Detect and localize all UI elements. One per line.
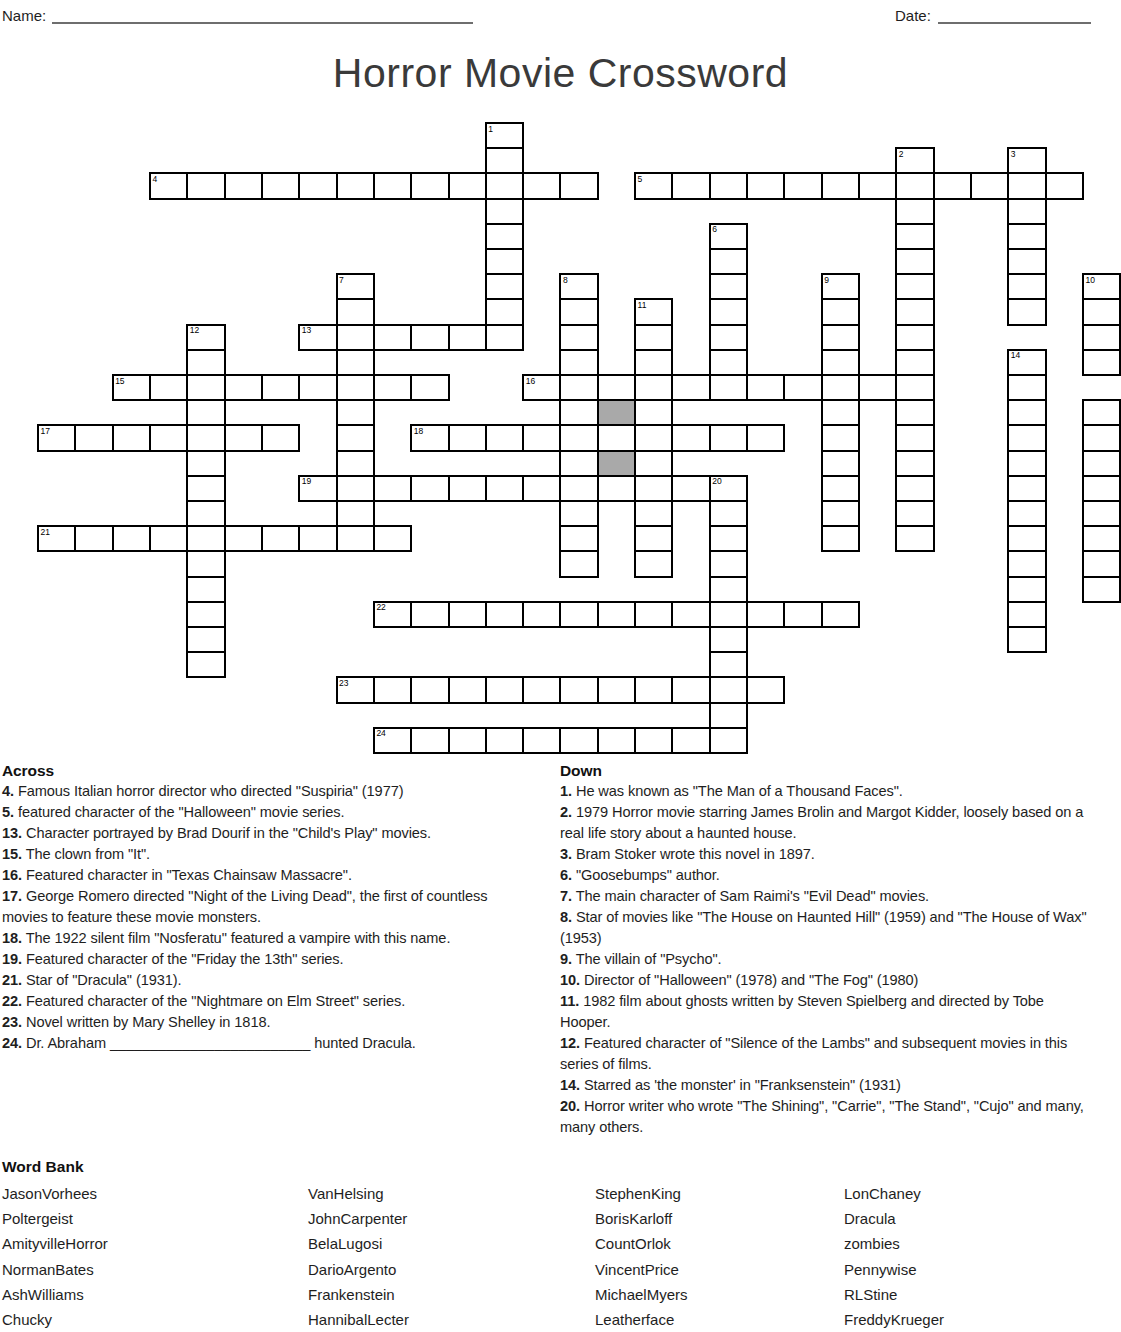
grid-cell[interactable] xyxy=(783,601,822,628)
grid-cell[interactable] xyxy=(634,727,673,754)
grid-cell[interactable] xyxy=(298,525,337,552)
grid-cell[interactable] xyxy=(336,324,375,351)
grid-cell[interactable] xyxy=(597,727,636,754)
word-bank-heading: Word Bank xyxy=(2,1158,84,1176)
grid-cell[interactable] xyxy=(1007,450,1046,477)
grid-cell[interactable] xyxy=(895,374,934,401)
grid-cell[interactable] xyxy=(895,248,934,275)
grid-cell[interactable] xyxy=(186,475,225,502)
grid-cell[interactable] xyxy=(224,424,263,451)
cell-number: 4 xyxy=(152,175,157,184)
grid-cell[interactable] xyxy=(112,424,151,451)
grid-cell[interactable] xyxy=(149,424,188,451)
grid-cell[interactable] xyxy=(261,172,300,199)
grid-cell[interactable] xyxy=(634,374,673,401)
grid-cell[interactable] xyxy=(410,475,449,502)
grid-cell[interactable] xyxy=(634,450,673,477)
grid-cell[interactable] xyxy=(933,172,972,199)
clue-across-17: 17. George Romero directed "Night of the… xyxy=(2,886,558,928)
grid-cell[interactable] xyxy=(1007,298,1046,325)
grid-cell[interactable] xyxy=(559,424,598,451)
grid-cell[interactable] xyxy=(485,424,524,451)
clue-across-18: 18. The 1922 silent film "Nosferatu" fea… xyxy=(2,928,558,949)
grid-cell[interactable] xyxy=(895,424,934,451)
grid-cell[interactable] xyxy=(336,525,375,552)
grid-cell[interactable] xyxy=(448,324,487,351)
grid-cell[interactable] xyxy=(671,424,710,451)
grid-cell[interactable] xyxy=(821,374,860,401)
cell-number: 11 xyxy=(638,301,647,310)
grid-cell[interactable] xyxy=(522,676,561,703)
grid-cell[interactable] xyxy=(1007,475,1046,502)
clue-down-1: 1. He was known as "The Man of a Thousan… xyxy=(560,781,1121,802)
grid-cell[interactable] xyxy=(634,324,673,351)
crossword-grid: 123456789101112131415161718192021222324 xyxy=(0,0,1121,760)
grid-cell[interactable] xyxy=(149,374,188,401)
grid-cell[interactable] xyxy=(410,727,449,754)
grid-cell[interactable] xyxy=(634,500,673,527)
clue-number: 24. xyxy=(2,1035,22,1051)
grid-cell[interactable] xyxy=(186,525,225,552)
grid-cell[interactable] xyxy=(410,324,449,351)
cell-number: 21 xyxy=(41,528,50,537)
grid-cell[interactable] xyxy=(336,424,375,451)
clue-down-8: 8. Star of movies like "The House on Hau… xyxy=(560,907,1121,949)
grid-cell[interactable] xyxy=(559,676,598,703)
grid-cell[interactable] xyxy=(709,676,748,703)
word-bank-column-3: StephenKingBorisKarloffCountOrlokVincent… xyxy=(595,1181,688,1332)
grid-cell[interactable] xyxy=(746,172,785,199)
grid-cell[interactable]: 18 xyxy=(410,424,449,451)
grid-cell[interactable] xyxy=(821,475,860,502)
grid-cell[interactable] xyxy=(336,172,375,199)
word-bank-item: Pennywise xyxy=(844,1257,944,1282)
clue-down-3: 3. Bram Stoker wrote this novel in 1897. xyxy=(560,844,1121,865)
grid-cell[interactable] xyxy=(895,349,934,376)
grid-cell[interactable] xyxy=(634,525,673,552)
grid-cell[interactable] xyxy=(559,298,598,325)
grid-cell[interactable]: 4 xyxy=(149,172,188,199)
grid-cell[interactable] xyxy=(485,147,524,174)
grid-cell[interactable] xyxy=(709,576,748,603)
grid-cell[interactable]: 17 xyxy=(37,424,76,451)
cell-number: 2 xyxy=(899,150,904,159)
cell-number: 14 xyxy=(1011,351,1020,360)
grid-cell[interactable] xyxy=(448,601,487,628)
grid-cell[interactable] xyxy=(895,223,934,250)
clue-across-22: 22. Featured character of the "Nightmare… xyxy=(2,991,558,1012)
grid-cell[interactable] xyxy=(448,475,487,502)
grid-cell[interactable] xyxy=(1007,248,1046,275)
clue-number: 18. xyxy=(2,930,22,946)
clue-down-20: 20. Horror writer who wrote "The Shining… xyxy=(560,1096,1121,1138)
grid-cell[interactable] xyxy=(597,676,636,703)
grid-cell[interactable] xyxy=(1007,500,1046,527)
word-bank-item: zombies xyxy=(844,1231,944,1256)
clue-down-10: 10. Director of "Halloween" (1978) and "… xyxy=(560,970,1121,991)
grid-cell[interactable] xyxy=(485,273,524,300)
grid-cell[interactable] xyxy=(1082,475,1121,502)
grid-cell[interactable] xyxy=(709,626,748,653)
grid-cell[interactable] xyxy=(559,172,598,199)
grid-cell[interactable] xyxy=(970,172,1009,199)
grid-cell[interactable] xyxy=(709,324,748,351)
grid-cell[interactable] xyxy=(74,525,113,552)
grid-cell[interactable] xyxy=(336,450,375,477)
cell-number: 17 xyxy=(41,427,50,436)
cell-number: 7 xyxy=(339,276,344,285)
grid-cell[interactable] xyxy=(1007,399,1046,426)
grid-cell[interactable] xyxy=(709,172,748,199)
grid-cell[interactable] xyxy=(336,374,375,401)
grid-cell[interactable] xyxy=(373,374,412,401)
grid-cell[interactable] xyxy=(224,172,263,199)
grid-cell[interactable] xyxy=(821,324,860,351)
grid-cell[interactable] xyxy=(821,525,860,552)
grid-cell[interactable] xyxy=(559,727,598,754)
grid-cell[interactable]: 7 xyxy=(336,273,375,300)
grid-cell[interactable] xyxy=(186,349,225,376)
grid-cell[interactable] xyxy=(1082,298,1121,325)
grid-cell[interactable] xyxy=(522,424,561,451)
grid-cell[interactable] xyxy=(186,450,225,477)
grid-cell[interactable] xyxy=(821,172,860,199)
grid-cell[interactable] xyxy=(671,475,710,502)
clue-number: 1. xyxy=(560,783,572,799)
grid-cell[interactable] xyxy=(186,424,225,451)
grid-cell[interactable] xyxy=(895,399,934,426)
clue-number: 10. xyxy=(560,972,580,988)
word-bank-item: JohnCarpenter xyxy=(308,1206,409,1231)
grid-cell[interactable] xyxy=(1082,525,1121,552)
word-bank-item: RLStine xyxy=(844,1282,944,1307)
grid-cell[interactable] xyxy=(709,702,748,729)
grid-cell[interactable]: 20 xyxy=(709,475,748,502)
grid-cell[interactable] xyxy=(485,475,524,502)
grid-cell[interactable] xyxy=(559,324,598,351)
grid-cell[interactable] xyxy=(895,273,934,300)
grid-cell[interactable] xyxy=(895,198,934,225)
grid-cell[interactable] xyxy=(1007,525,1046,552)
grid-cell[interactable] xyxy=(373,324,412,351)
grid-cell[interactable]: 3 xyxy=(1007,147,1046,174)
grid-cell[interactable] xyxy=(410,374,449,401)
clue-down-9: 9. The villain of "Psycho". xyxy=(560,949,1121,970)
grid-cell[interactable] xyxy=(783,172,822,199)
clue-across-23: 23. Novel written by Mary Shelley in 181… xyxy=(2,1012,558,1033)
word-bank-item: AmityvilleHorror xyxy=(2,1231,108,1256)
grid-cell[interactable] xyxy=(895,172,934,199)
grid-cell[interactable] xyxy=(671,374,710,401)
word-bank-item: VanHelsing xyxy=(308,1181,409,1206)
grid-cell[interactable] xyxy=(709,273,748,300)
grid-cell[interactable]: 10 xyxy=(1082,273,1121,300)
grid-cell[interactable] xyxy=(448,727,487,754)
grid-cell[interactable] xyxy=(895,324,934,351)
grid-cell[interactable] xyxy=(336,349,375,376)
grid-cell[interactable] xyxy=(1007,374,1046,401)
word-bank-item: MichaelMyers xyxy=(595,1282,688,1307)
grid-cell[interactable] xyxy=(410,172,449,199)
grid-cell[interactable] xyxy=(186,550,225,577)
word-bank-item: FreddyKrueger xyxy=(844,1307,944,1332)
grid-cell[interactable] xyxy=(858,172,897,199)
grid-cell[interactable] xyxy=(709,349,748,376)
word-bank-item: LonChaney xyxy=(844,1181,944,1206)
grid-cell[interactable] xyxy=(373,525,412,552)
grid-cell[interactable] xyxy=(186,626,225,653)
grid-cell[interactable] xyxy=(559,374,598,401)
grid-cell[interactable] xyxy=(485,676,524,703)
grid-cell[interactable] xyxy=(709,500,748,527)
word-bank-column-2: VanHelsingJohnCarpenterBelaLugosiDarioAr… xyxy=(308,1181,409,1332)
grid-cell[interactable] xyxy=(1007,601,1046,628)
grid-cell[interactable] xyxy=(895,298,934,325)
grid-cell[interactable] xyxy=(1082,500,1121,527)
grid-cell[interactable] xyxy=(448,676,487,703)
grid-cell[interactable] xyxy=(559,525,598,552)
clue-down-12: 12. Featured character of "Silence of th… xyxy=(560,1033,1121,1075)
clue-number: 13. xyxy=(2,825,22,841)
grid-cell[interactable]: 14 xyxy=(1007,349,1046,376)
grid-cell[interactable] xyxy=(559,475,598,502)
grid-cell[interactable]: 9 xyxy=(821,273,860,300)
clue-down-14: 14. Starred as 'the monster' in "Frankse… xyxy=(560,1075,1121,1096)
grid-cell[interactable] xyxy=(671,172,710,199)
grid-cell[interactable]: 5 xyxy=(634,172,673,199)
grid-cell[interactable] xyxy=(709,424,748,451)
clue-number: 2. xyxy=(560,804,572,820)
grid-cell[interactable] xyxy=(298,374,337,401)
grid-cell[interactable] xyxy=(821,450,860,477)
cell-number: 1 xyxy=(488,125,493,134)
word-bank-item: BorisKarloff xyxy=(595,1206,688,1231)
cell-number: 10 xyxy=(1085,276,1094,285)
grid-cell[interactable] xyxy=(559,450,598,477)
clue-number: 5. xyxy=(2,804,14,820)
grid-cell[interactable] xyxy=(261,525,300,552)
clue-number: 6. xyxy=(560,867,572,883)
grid-cell[interactable] xyxy=(746,601,785,628)
grid-cell[interactable] xyxy=(634,601,673,628)
word-bank-item: JasonVorhees xyxy=(2,1181,108,1206)
grid-cell[interactable] xyxy=(1082,399,1121,426)
grid-cell[interactable] xyxy=(485,298,524,325)
grid-cell[interactable] xyxy=(559,601,598,628)
grid-cell[interactable] xyxy=(634,349,673,376)
grid-cell[interactable]: 23 xyxy=(336,676,375,703)
grid-cell[interactable] xyxy=(597,475,636,502)
grid-cell[interactable] xyxy=(1082,550,1121,577)
grid-cell[interactable] xyxy=(709,525,748,552)
grid-cell[interactable] xyxy=(634,676,673,703)
grid-cell[interactable] xyxy=(298,172,337,199)
grid-cell[interactable] xyxy=(485,223,524,250)
blocked-cell xyxy=(597,399,636,426)
clue-number: 22. xyxy=(2,993,22,1009)
grid-cell[interactable]: 19 xyxy=(298,475,337,502)
grid-cell[interactable] xyxy=(186,399,225,426)
word-bank-item: DarioArgento xyxy=(308,1257,409,1282)
grid-cell[interactable] xyxy=(186,651,225,678)
grid-cell[interactable]: 8 xyxy=(559,273,598,300)
grid-cell[interactable]: 22 xyxy=(373,601,412,628)
clue-down-7: 7. The main character of Sam Raimi's "Ev… xyxy=(560,886,1121,907)
grid-cell[interactable] xyxy=(336,298,375,325)
grid-cell[interactable] xyxy=(821,399,860,426)
grid-cell[interactable] xyxy=(522,601,561,628)
grid-cell[interactable] xyxy=(559,349,598,376)
grid-cell[interactable] xyxy=(821,601,860,628)
grid-cell[interactable] xyxy=(634,399,673,426)
grid-cell[interactable] xyxy=(783,374,822,401)
grid-cell[interactable] xyxy=(373,676,412,703)
grid-cell[interactable] xyxy=(261,374,300,401)
grid-cell[interactable] xyxy=(821,424,860,451)
cell-number: 20 xyxy=(712,477,721,486)
clue-across-21: 21. Star of "Dracula" (1931). xyxy=(2,970,558,991)
grid-cell[interactable] xyxy=(1082,576,1121,603)
grid-cell[interactable] xyxy=(485,198,524,225)
grid-cell[interactable] xyxy=(1082,424,1121,451)
clue-number: 3. xyxy=(560,846,572,862)
grid-cell[interactable]: 1 xyxy=(485,122,524,149)
grid-cell[interactable] xyxy=(671,676,710,703)
clue-across-4: 4. Famous Italian horror director who di… xyxy=(2,781,558,802)
clue-across-16: 16. Featured character in "Texas Chainsa… xyxy=(2,865,558,886)
clue-number: 7. xyxy=(560,888,572,904)
grid-cell[interactable] xyxy=(522,172,561,199)
grid-cell[interactable]: 15 xyxy=(112,374,151,401)
grid-cell[interactable] xyxy=(1045,172,1084,199)
grid-cell[interactable]: 11 xyxy=(634,298,673,325)
grid-cell[interactable] xyxy=(336,399,375,426)
grid-cell[interactable]: 24 xyxy=(373,727,412,754)
grid-cell[interactable] xyxy=(1007,198,1046,225)
grid-cell[interactable] xyxy=(709,298,748,325)
clue-number: 17. xyxy=(2,888,22,904)
grid-cell[interactable] xyxy=(224,525,263,552)
grid-cell[interactable] xyxy=(709,727,748,754)
grid-cell[interactable] xyxy=(746,424,785,451)
grid-cell[interactable] xyxy=(895,500,934,527)
grid-cell[interactable] xyxy=(410,676,449,703)
grid-cell[interactable] xyxy=(597,424,636,451)
grid-cell[interactable] xyxy=(821,298,860,325)
grid-cell[interactable] xyxy=(224,374,263,401)
grid-cell[interactable] xyxy=(522,727,561,754)
grid-cell[interactable] xyxy=(485,324,524,351)
grid-cell[interactable] xyxy=(448,424,487,451)
grid-cell[interactable] xyxy=(709,550,748,577)
grid-cell[interactable] xyxy=(485,248,524,275)
grid-cell[interactable] xyxy=(895,475,934,502)
grid-cell[interactable] xyxy=(559,500,598,527)
grid-cell[interactable] xyxy=(634,475,673,502)
grid-cell[interactable] xyxy=(410,601,449,628)
grid-cell[interactable] xyxy=(1007,223,1046,250)
grid-cell[interactable] xyxy=(186,601,225,628)
grid-cell[interactable] xyxy=(1082,450,1121,477)
grid-cell[interactable] xyxy=(597,374,636,401)
grid-cell[interactable] xyxy=(336,475,375,502)
grid-cell[interactable]: 12 xyxy=(186,324,225,351)
grid-cell[interactable] xyxy=(634,424,673,451)
grid-cell[interactable]: 13 xyxy=(298,324,337,351)
grid-cell[interactable] xyxy=(186,500,225,527)
grid-cell[interactable]: 6 xyxy=(709,223,748,250)
grid-cell[interactable] xyxy=(522,475,561,502)
clue-number: 21. xyxy=(2,972,22,988)
grid-cell[interactable] xyxy=(1007,550,1046,577)
grid-cell[interactable] xyxy=(373,475,412,502)
word-bank-column-1: JasonVorheesPoltergeistAmityvilleHorrorN… xyxy=(2,1181,108,1332)
grid-cell[interactable] xyxy=(261,424,300,451)
grid-cell[interactable] xyxy=(671,727,710,754)
grid-cell[interactable] xyxy=(1007,273,1046,300)
grid-cell[interactable] xyxy=(746,676,785,703)
grid-cell[interactable] xyxy=(186,374,225,401)
grid-cell[interactable] xyxy=(485,601,524,628)
grid-cell[interactable] xyxy=(1082,349,1121,376)
grid-cell[interactable] xyxy=(597,601,636,628)
grid-cell[interactable] xyxy=(485,172,524,199)
grid-cell[interactable] xyxy=(186,172,225,199)
grid-cell[interactable] xyxy=(709,651,748,678)
clue-across-5: 5. featured character of the "Halloween"… xyxy=(2,802,558,823)
grid-cell[interactable] xyxy=(746,374,785,401)
grid-cell[interactable]: 2 xyxy=(895,147,934,174)
grid-cell[interactable] xyxy=(1007,172,1046,199)
grid-cell[interactable] xyxy=(559,399,598,426)
grid-cell[interactable] xyxy=(634,550,673,577)
grid-cell[interactable] xyxy=(709,374,748,401)
grid-cell[interactable] xyxy=(485,727,524,754)
clue-number: 4. xyxy=(2,783,14,799)
grid-cell[interactable] xyxy=(112,525,151,552)
grid-cell[interactable] xyxy=(1007,576,1046,603)
clue-down-6: 6. "Goosebumps" author. xyxy=(560,865,1121,886)
grid-cell[interactable] xyxy=(336,500,375,527)
cell-number: 16 xyxy=(526,377,535,386)
grid-cell[interactable]: 21 xyxy=(37,525,76,552)
clue-number: 16. xyxy=(2,867,22,883)
grid-cell[interactable] xyxy=(559,550,598,577)
grid-cell[interactable] xyxy=(186,576,225,603)
grid-cell[interactable] xyxy=(671,601,710,628)
grid-cell[interactable] xyxy=(74,424,113,451)
clue-number: 20. xyxy=(560,1098,580,1114)
grid-cell[interactable] xyxy=(858,374,897,401)
grid-cell[interactable] xyxy=(895,525,934,552)
grid-cell[interactable] xyxy=(821,500,860,527)
grid-cell[interactable] xyxy=(821,349,860,376)
grid-cell[interactable] xyxy=(373,172,412,199)
grid-cell[interactable]: 16 xyxy=(522,374,561,401)
grid-cell[interactable] xyxy=(709,601,748,628)
grid-cell[interactable] xyxy=(709,248,748,275)
word-bank-item: Frankenstein xyxy=(308,1282,409,1307)
grid-cell[interactable] xyxy=(149,525,188,552)
grid-cell[interactable] xyxy=(1082,324,1121,351)
word-bank-item: VincentPrice xyxy=(595,1257,688,1282)
grid-cell[interactable] xyxy=(448,172,487,199)
grid-cell[interactable] xyxy=(895,450,934,477)
grid-cell[interactable] xyxy=(1007,626,1046,653)
grid-cell[interactable] xyxy=(1007,424,1046,451)
down-heading: Down xyxy=(560,760,1121,781)
word-bank-item: CountOrlok xyxy=(595,1231,688,1256)
